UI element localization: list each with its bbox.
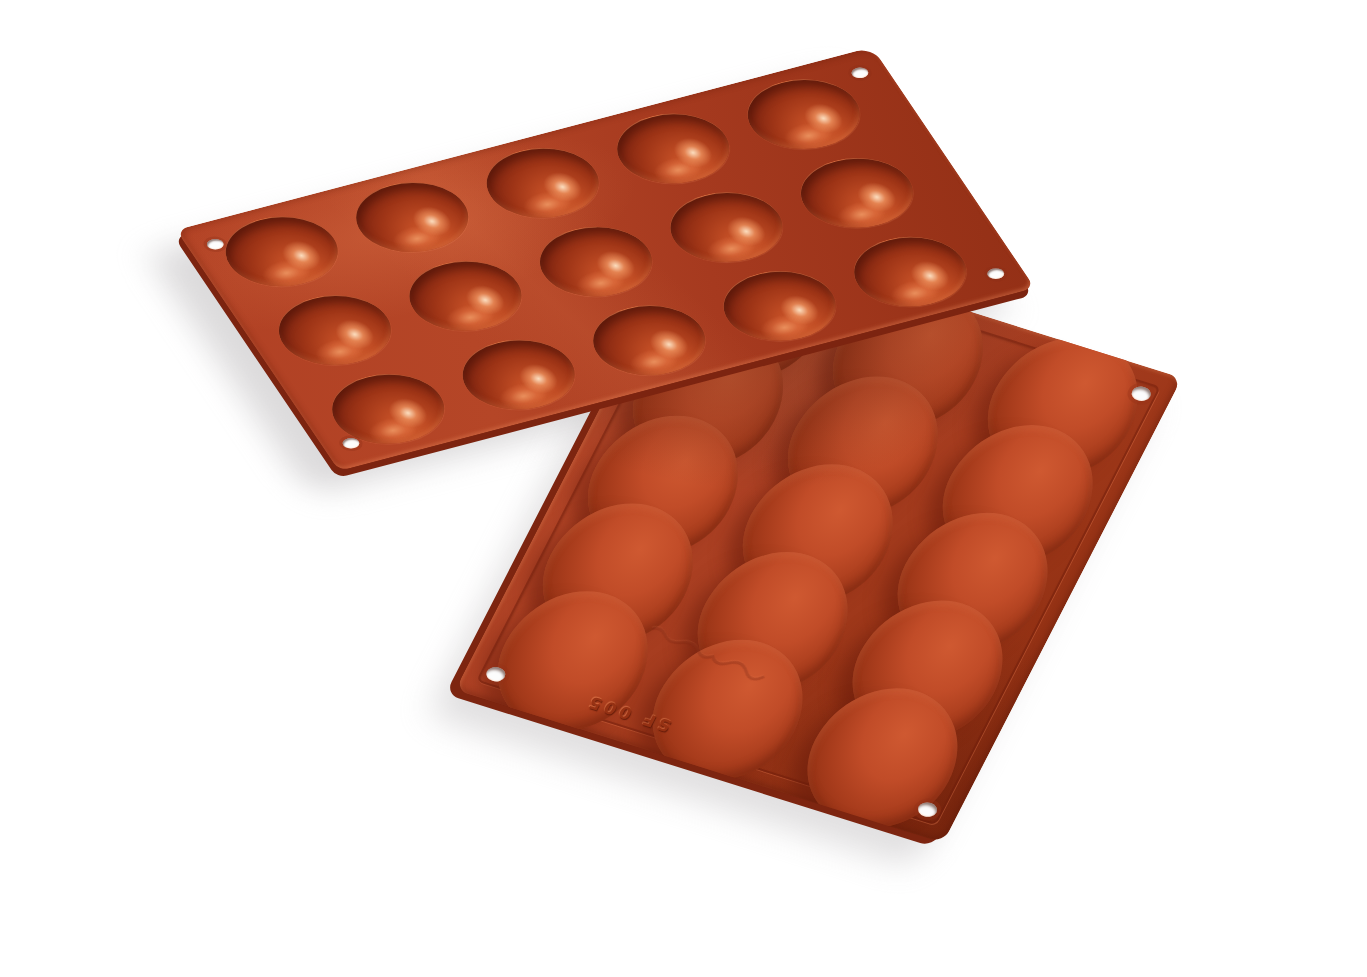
- cavity: [653, 181, 800, 272]
- cavity: [339, 171, 486, 262]
- cavity: [706, 260, 853, 351]
- product-photo-scene: SF 005: [0, 0, 1367, 977]
- cavity: [522, 216, 669, 307]
- cavity: [730, 68, 877, 159]
- cavity: [469, 137, 616, 228]
- cavity-grid: [176, 47, 872, 230]
- cavity: [261, 284, 408, 375]
- cavity: [576, 295, 723, 386]
- cavity: [600, 103, 747, 194]
- cavity: [783, 147, 930, 238]
- cavity: [392, 250, 539, 341]
- corner-hole: [985, 267, 1007, 281]
- cavity: [445, 329, 592, 420]
- cavity: [837, 226, 984, 317]
- cavity: [315, 363, 462, 454]
- corner-hole: [849, 66, 871, 80]
- cavity: [208, 206, 355, 297]
- corner-hole: [204, 237, 226, 251]
